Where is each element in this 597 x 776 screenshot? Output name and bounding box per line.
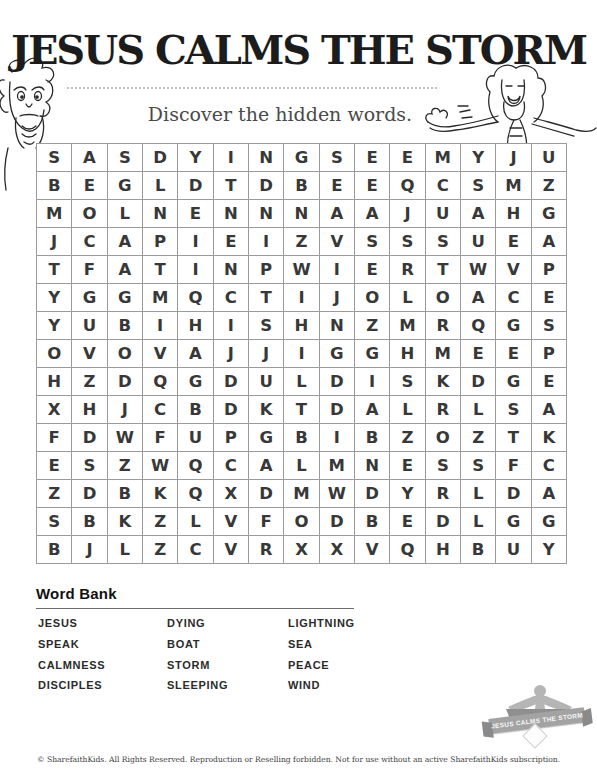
grid-cell: P bbox=[532, 256, 566, 283]
grid-cell: U bbox=[72, 312, 106, 339]
grid-cell: Y bbox=[37, 312, 71, 339]
grid-cell: A bbox=[355, 396, 389, 423]
grid-cell: B bbox=[355, 508, 389, 535]
word-bank-item: PEACE bbox=[288, 659, 355, 680]
grid-cell: G bbox=[355, 340, 389, 367]
grid-cell: T bbox=[37, 256, 71, 283]
grid-cell: V bbox=[72, 340, 106, 367]
word-bank-column: LIGHTNINGSEAPEACEWIND bbox=[288, 617, 355, 700]
grid-cell: D bbox=[72, 424, 106, 451]
grid-cell: B bbox=[37, 172, 71, 199]
grid-cell: R bbox=[390, 256, 424, 283]
grid-cell: M bbox=[426, 340, 460, 367]
grid-cell: G bbox=[532, 508, 566, 535]
grid-cell: A bbox=[178, 340, 212, 367]
grid-cell: B bbox=[72, 508, 106, 535]
grid-cell: C bbox=[532, 452, 566, 479]
grid-cell: V bbox=[355, 536, 389, 563]
grid-cell: D bbox=[249, 480, 283, 507]
grid-cell: W bbox=[284, 256, 318, 283]
grid-cell: G bbox=[249, 424, 283, 451]
grid-cell: C bbox=[426, 172, 460, 199]
grid-cell: H bbox=[496, 200, 530, 227]
grid-cell: O bbox=[426, 284, 460, 311]
grid-cell: J bbox=[72, 536, 106, 563]
grid-cell: K bbox=[249, 396, 283, 423]
grid-cell: X bbox=[37, 396, 71, 423]
word-bank-item: SEA bbox=[288, 638, 355, 659]
grid-cell: S bbox=[37, 144, 71, 171]
grid-cell: V bbox=[496, 256, 530, 283]
grid-cell: S bbox=[390, 368, 424, 395]
grid-cell: D bbox=[214, 396, 248, 423]
grid-cell: E bbox=[532, 368, 566, 395]
title-divider bbox=[67, 87, 437, 89]
grid-cell: B bbox=[178, 396, 212, 423]
grid-cell: B bbox=[284, 172, 318, 199]
word-bank-item: SPEAK bbox=[38, 638, 105, 659]
grid-cell: D bbox=[72, 480, 106, 507]
grid-cell: C bbox=[214, 284, 248, 311]
grid-cell: E bbox=[355, 172, 389, 199]
grid-cell: E bbox=[390, 508, 424, 535]
grid-cell: Z bbox=[143, 508, 177, 535]
grid-cell: A bbox=[532, 396, 566, 423]
grid-cell: D bbox=[320, 368, 354, 395]
grid-cell: N bbox=[249, 200, 283, 227]
grid-cell: E bbox=[390, 144, 424, 171]
grid-cell: A bbox=[461, 284, 495, 311]
grid-cell: I bbox=[214, 312, 248, 339]
grid-cell: C bbox=[72, 228, 106, 255]
grid-cell: L bbox=[284, 368, 318, 395]
grid-cell: W bbox=[143, 452, 177, 479]
grid-cell: S bbox=[72, 452, 106, 479]
word-bank-item: DYING bbox=[167, 617, 228, 638]
grid-cell: B bbox=[108, 480, 142, 507]
grid-cell: S bbox=[496, 396, 530, 423]
grid-cell: I bbox=[249, 228, 283, 255]
grid-cell: S bbox=[320, 144, 354, 171]
grid-cell: W bbox=[108, 424, 142, 451]
grid-cell: X bbox=[320, 536, 354, 563]
grid-cell: S bbox=[108, 144, 142, 171]
grid-cell: D bbox=[355, 480, 389, 507]
grid-cell: E bbox=[496, 340, 530, 367]
word-bank-item: LIGHTNING bbox=[288, 617, 355, 638]
word-bank-item: JESUS bbox=[38, 617, 105, 638]
grid-cell: U bbox=[178, 424, 212, 451]
grid-cell: L bbox=[390, 284, 424, 311]
grid-cell: O bbox=[426, 424, 460, 451]
grid-cell: G bbox=[496, 368, 530, 395]
grid-cell: O bbox=[72, 200, 106, 227]
grid-cell: G bbox=[108, 284, 142, 311]
grid-cell: Y bbox=[532, 536, 566, 563]
grid-cell: X bbox=[214, 480, 248, 507]
grid-cell: Z bbox=[72, 368, 106, 395]
grid-cell: Z bbox=[390, 424, 424, 451]
grid-cell: H bbox=[37, 368, 71, 395]
grid-cell: M bbox=[37, 200, 71, 227]
grid-cell: Y bbox=[390, 480, 424, 507]
grid-cell: S bbox=[532, 312, 566, 339]
grid-cell: J bbox=[108, 396, 142, 423]
grid-cell: Z bbox=[532, 172, 566, 199]
grid-cell: G bbox=[72, 284, 106, 311]
grid-cell: L bbox=[108, 200, 142, 227]
grid-cell: O bbox=[284, 508, 318, 535]
grid-cell: A bbox=[532, 480, 566, 507]
grid-cell: H bbox=[72, 396, 106, 423]
grid-cell: F bbox=[37, 424, 71, 451]
grid-cell: T bbox=[249, 284, 283, 311]
grid-cell: D bbox=[461, 368, 495, 395]
grid-cell: A bbox=[249, 452, 283, 479]
word-bank-column: JESUSSPEAKCALMNESSDISCIPLES bbox=[38, 617, 105, 700]
grid-cell: J bbox=[249, 340, 283, 367]
word-bank-item: DISCIPLES bbox=[38, 679, 105, 700]
grid-cell: U bbox=[249, 368, 283, 395]
grid-cell: Q bbox=[390, 172, 424, 199]
grid-cell: X bbox=[284, 536, 318, 563]
grid-cell: E bbox=[178, 200, 212, 227]
grid-cell: T bbox=[496, 424, 530, 451]
grid-cell: N bbox=[143, 200, 177, 227]
grid-cell: P bbox=[532, 340, 566, 367]
grid-cell: H bbox=[284, 312, 318, 339]
grid-cell: I bbox=[178, 228, 212, 255]
grid-cell: A bbox=[108, 228, 142, 255]
grid-cell: T bbox=[214, 172, 248, 199]
grid-cell: N bbox=[214, 256, 248, 283]
grid-cell: C bbox=[178, 536, 212, 563]
grid-cell: M bbox=[143, 284, 177, 311]
grid-cell: L bbox=[108, 536, 142, 563]
grid-cell: O bbox=[37, 340, 71, 367]
grid-cell: E bbox=[496, 228, 530, 255]
grid-cell: L bbox=[284, 452, 318, 479]
grid-cell: I bbox=[284, 284, 318, 311]
grid-cell: U bbox=[496, 536, 530, 563]
grid-cell: Z bbox=[355, 312, 389, 339]
grid-cell: J bbox=[214, 340, 248, 367]
grid-cell: Q bbox=[143, 368, 177, 395]
grid-cell: I bbox=[178, 256, 212, 283]
grid-cell: C bbox=[143, 396, 177, 423]
sharefaith-badge: JESUS CALMS THE STORM bbox=[486, 683, 594, 749]
grid-cell: D bbox=[496, 480, 530, 507]
grid-cell: G bbox=[496, 312, 530, 339]
grid-cell: I bbox=[355, 368, 389, 395]
word-bank-item: SLEEPING bbox=[167, 679, 228, 700]
grid-cell: L bbox=[461, 396, 495, 423]
grid-cell: S bbox=[37, 508, 71, 535]
grid-cell: T bbox=[284, 396, 318, 423]
grid-cell: M bbox=[284, 480, 318, 507]
grid-cell: A bbox=[108, 256, 142, 283]
grid-cell: D bbox=[214, 368, 248, 395]
grid-cell: R bbox=[426, 480, 460, 507]
grid-cell: W bbox=[461, 256, 495, 283]
grid-cell: Z bbox=[461, 424, 495, 451]
grid-cell: A bbox=[461, 200, 495, 227]
grid-cell: Q bbox=[461, 312, 495, 339]
grid-cell: N bbox=[284, 200, 318, 227]
grid-cell: G bbox=[108, 172, 142, 199]
grid-cell: L bbox=[178, 508, 212, 535]
word-bank-item: BOAT bbox=[167, 638, 228, 659]
grid-cell: B bbox=[284, 424, 318, 451]
grid-cell: O bbox=[108, 340, 142, 367]
grid-cell: P bbox=[143, 228, 177, 255]
grid-cell: G bbox=[532, 200, 566, 227]
word-search-grid: SASDYINGSEEMYJUBEGLDTDBEEQCSMZMOLNENNNAA… bbox=[36, 143, 567, 564]
grid-cell: C bbox=[214, 452, 248, 479]
grid-cell: R bbox=[426, 396, 460, 423]
grid-cell: I bbox=[143, 312, 177, 339]
grid-cell: M bbox=[320, 452, 354, 479]
grid-cell: J bbox=[320, 284, 354, 311]
grid-cell: D bbox=[108, 368, 142, 395]
grid-cell: E bbox=[355, 144, 389, 171]
grid-cell: M bbox=[426, 144, 460, 171]
grid-cell: F bbox=[249, 508, 283, 535]
grid-cell: U bbox=[532, 144, 566, 171]
grid-cell: Q bbox=[178, 284, 212, 311]
grid-cell: S bbox=[355, 228, 389, 255]
grid-cell: T bbox=[426, 256, 460, 283]
grid-cell: V bbox=[320, 228, 354, 255]
grid-cell: G bbox=[178, 368, 212, 395]
grid-cell: S bbox=[249, 312, 283, 339]
grid-cell: K bbox=[426, 368, 460, 395]
grid-cell: F bbox=[496, 452, 530, 479]
word-bank-heading: Word Bank bbox=[36, 585, 117, 602]
word-bank-divider bbox=[36, 608, 354, 609]
grid-cell: J bbox=[496, 144, 530, 171]
grid-cell: A bbox=[72, 144, 106, 171]
grid-cell: B bbox=[461, 536, 495, 563]
grid-cell: N bbox=[320, 312, 354, 339]
grid-cell: I bbox=[320, 256, 354, 283]
grid-cell: G bbox=[320, 340, 354, 367]
grid-cell: A bbox=[532, 228, 566, 255]
grid-cell: E bbox=[37, 452, 71, 479]
grid-cell: E bbox=[320, 172, 354, 199]
grid-cell: P bbox=[249, 256, 283, 283]
grid-cell: F bbox=[72, 256, 106, 283]
grid-cell: N bbox=[355, 452, 389, 479]
grid-cell: Q bbox=[390, 536, 424, 563]
grid-cell: K bbox=[108, 508, 142, 535]
grid-cell: Y bbox=[178, 144, 212, 171]
grid-cell: S bbox=[426, 228, 460, 255]
worksheet-page: JESUS CALMS THE STORM Discover the hidde… bbox=[0, 0, 597, 776]
grid-cell: H bbox=[390, 340, 424, 367]
grid-cell: J bbox=[390, 200, 424, 227]
word-bank-item: WIND bbox=[288, 679, 355, 700]
grid-cell: E bbox=[532, 284, 566, 311]
grid-cell: K bbox=[143, 480, 177, 507]
word-bank-item: STORM bbox=[167, 659, 228, 680]
grid-cell: R bbox=[249, 536, 283, 563]
grid-cell: C bbox=[496, 284, 530, 311]
grid-cell: I bbox=[284, 340, 318, 367]
grid-cell: P bbox=[214, 424, 248, 451]
grid-cell: W bbox=[320, 480, 354, 507]
grid-cell: V bbox=[214, 536, 248, 563]
grid-cell: L bbox=[390, 396, 424, 423]
grid-cell: Z bbox=[37, 480, 71, 507]
grid-cell: F bbox=[143, 424, 177, 451]
grid-cell: B bbox=[37, 536, 71, 563]
grid-cell: Z bbox=[108, 452, 142, 479]
grid-cell: L bbox=[461, 508, 495, 535]
grid-cell: A bbox=[355, 200, 389, 227]
grid-cell: R bbox=[426, 312, 460, 339]
grid-cell: H bbox=[426, 536, 460, 563]
grid-cell: J bbox=[37, 228, 71, 255]
grid-cell: D bbox=[320, 508, 354, 535]
grid-cell: N bbox=[249, 144, 283, 171]
grid-cell: G bbox=[284, 144, 318, 171]
grid-cell: D bbox=[143, 144, 177, 171]
grid-cell: V bbox=[143, 340, 177, 367]
grid-cell: Y bbox=[461, 144, 495, 171]
grid-cell: Q bbox=[178, 452, 212, 479]
grid-cell: T bbox=[143, 256, 177, 283]
grid-cell: S bbox=[461, 452, 495, 479]
grid-cell: O bbox=[355, 284, 389, 311]
grid-cell: U bbox=[461, 228, 495, 255]
grid-cell: L bbox=[143, 172, 177, 199]
grid-cell: E bbox=[72, 172, 106, 199]
grid-cell: E bbox=[390, 452, 424, 479]
grid-cell: D bbox=[320, 396, 354, 423]
grid-cell: U bbox=[426, 200, 460, 227]
grid-cell: E bbox=[214, 228, 248, 255]
grid-cell: I bbox=[320, 424, 354, 451]
grid-cell: L bbox=[461, 480, 495, 507]
word-bank-item: CALMNESS bbox=[38, 659, 105, 680]
grid-cell: B bbox=[108, 312, 142, 339]
grid-cell: D bbox=[249, 172, 283, 199]
grid-cell: B bbox=[355, 424, 389, 451]
grid-cell: S bbox=[426, 452, 460, 479]
grid-cell: Q bbox=[178, 480, 212, 507]
grid-cell: E bbox=[461, 340, 495, 367]
grid-cell: Y bbox=[37, 284, 71, 311]
grid-cell: A bbox=[320, 200, 354, 227]
grid-cell: D bbox=[178, 172, 212, 199]
grid-cell: S bbox=[390, 228, 424, 255]
grid-cell: E bbox=[355, 256, 389, 283]
grid-cell: N bbox=[214, 200, 248, 227]
grid-cell: K bbox=[532, 424, 566, 451]
grid-cell: M bbox=[390, 312, 424, 339]
page-title: JESUS CALMS THE STORM bbox=[0, 30, 597, 70]
grid-cell: M bbox=[496, 172, 530, 199]
grid-cell: H bbox=[178, 312, 212, 339]
copyright-footer: © SharefaithKids. All Rights Reserved. R… bbox=[0, 755, 597, 764]
grid-cell: G bbox=[496, 508, 530, 535]
page-subtitle: Discover the hidden words. bbox=[0, 103, 560, 125]
grid-cell: D bbox=[426, 508, 460, 535]
grid-cell: I bbox=[214, 144, 248, 171]
grid-cell: Z bbox=[284, 228, 318, 255]
grid-cell: Z bbox=[143, 536, 177, 563]
grid-cell: V bbox=[214, 508, 248, 535]
grid-cell: S bbox=[461, 172, 495, 199]
word-bank-column: DYINGBOATSTORMSLEEPING bbox=[167, 617, 228, 700]
